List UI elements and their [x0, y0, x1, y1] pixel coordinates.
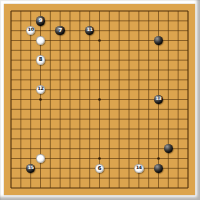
page: 6789101112131415: [0, 0, 200, 200]
move-number: 15: [28, 166, 34, 171]
star-point: [39, 98, 42, 101]
star-point: [157, 157, 160, 160]
move-number: 8: [39, 58, 42, 63]
stone-white-move-8: 8: [36, 55, 46, 65]
star-point: [98, 98, 101, 101]
stone-black-move-9: 9: [36, 16, 46, 26]
move-number: 6: [98, 166, 101, 171]
move-number: 9: [39, 18, 42, 23]
stone-white-move-14: 14: [134, 164, 144, 174]
move-number: 11: [87, 29, 93, 34]
move-number: 13: [156, 97, 162, 102]
star-point: [98, 39, 101, 42]
move-number: 14: [136, 166, 142, 171]
move-number: 7: [58, 28, 61, 33]
move-number: 10: [28, 29, 34, 34]
star-point: [98, 157, 101, 160]
move-number: 12: [38, 88, 44, 93]
go-board[interactable]: 6789101112131415: [4, 4, 195, 195]
